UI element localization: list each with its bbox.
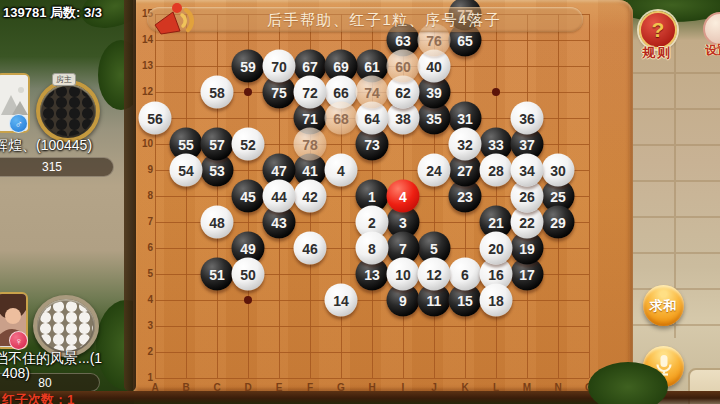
announcement-text: 后手帮助、红子1粒、序号4落子: [267, 11, 501, 30]
top-player-score: 315: [0, 157, 114, 177]
stone-white-68: 68: [325, 102, 358, 135]
row-label: 12: [137, 86, 153, 97]
row-label: 7: [137, 216, 153, 227]
stone-white-42: 42: [294, 180, 327, 213]
stone-white-6: 6: [449, 258, 482, 291]
stone-white-10: 10: [387, 258, 420, 291]
row-label: 5: [137, 268, 153, 279]
white-stone-bowl: [33, 295, 99, 357]
top-player-name: 辉煌、(100445): [0, 137, 92, 155]
stone-white-24: 24: [418, 154, 451, 187]
black-stones-in-bowl: [42, 86, 94, 136]
grid-line: [155, 40, 589, 41]
stone-white-28: 28: [480, 154, 513, 187]
offer-draw-button[interactable]: 求和: [643, 285, 684, 326]
stone-white-46: 46: [294, 232, 327, 265]
stone-white-44: 44: [263, 180, 296, 213]
white-stones-in-bowl: [39, 301, 93, 351]
stone-white-58: 58: [201, 76, 234, 109]
grid-line: [155, 326, 589, 327]
black-stone-bowl: [36, 80, 100, 142]
row-label: 3: [137, 320, 153, 331]
stone-white-72: 72: [294, 76, 327, 109]
stone-white-78: 78: [294, 128, 327, 161]
row-label: 2: [137, 346, 153, 357]
stone-white-48: 48: [201, 206, 234, 239]
row-label: 10: [137, 138, 153, 149]
stone-white-4: 4: [325, 154, 358, 187]
stone-white-18: 18: [480, 284, 513, 317]
stone-white-34: 34: [511, 154, 544, 187]
row-label: 13: [137, 60, 153, 71]
star-point: [492, 88, 500, 96]
stone-white-50: 50: [232, 258, 265, 291]
session-counter: 139781 局数: 3/3: [3, 4, 102, 22]
grid-line: [155, 378, 589, 379]
stone-black-59: 59: [232, 50, 265, 83]
stone-red-4: 4: [387, 180, 420, 213]
stone-white-74: 74: [356, 76, 389, 109]
stone-white-32: 32: [449, 128, 482, 161]
grid-line: [155, 300, 589, 301]
stone-white-56: 56: [139, 102, 172, 135]
announcement-bar: 后手帮助、红子1粒、序号4落子: [147, 7, 583, 32]
stone-white-30: 30: [542, 154, 575, 187]
stone-white-14: 14: [325, 284, 358, 317]
stone-white-8: 8: [356, 232, 389, 265]
megaphone-icon: [149, 1, 211, 39]
rules-label: 规则: [636, 44, 678, 62]
stone-white-60: 60: [387, 50, 420, 83]
stone-white-52: 52: [232, 128, 265, 161]
gender-badge-male-icon: ♂: [9, 114, 28, 133]
row-label: 9: [137, 164, 153, 175]
row-label: 1: [137, 372, 153, 383]
stone-black-57: 57: [201, 128, 234, 161]
settings-label: 设置: [705, 42, 720, 59]
star-point: [244, 88, 252, 96]
grid-line: [155, 352, 589, 353]
game-screen: ABCDEFGHIJKLMNO1234567891011121314151357…: [0, 0, 720, 404]
row-label: 4: [137, 294, 153, 305]
row-label: 8: [137, 190, 153, 201]
stone-white-36: 36: [511, 102, 544, 135]
red-stone-count: 红子次数：1: [2, 391, 74, 404]
goban-board: ABCDEFGHIJKLMNO1234567891011121314151357…: [133, 0, 633, 392]
bottom-player-name-line2: 408): [2, 365, 30, 381]
grid-line: [589, 14, 590, 378]
stone-white-70: 70: [263, 50, 296, 83]
row-label: 6: [137, 242, 153, 253]
stone-white-54: 54: [170, 154, 203, 187]
stone-black-45: 45: [232, 180, 265, 213]
star-point: [244, 296, 252, 304]
gender-badge-female-icon: ♀: [9, 331, 28, 350]
board-grid[interactable]: ABCDEFGHIJKLMNO1234567891011121314151357…: [155, 14, 589, 378]
branch-decoration: [124, 0, 136, 391]
stone-black-51: 51: [201, 258, 234, 291]
stone-white-12: 12: [418, 258, 451, 291]
leaf-decoration: [588, 362, 668, 404]
stone-black-29: 29: [542, 206, 575, 239]
stone-white-20: 20: [480, 232, 513, 265]
room-owner-badge: 房主: [52, 73, 76, 86]
